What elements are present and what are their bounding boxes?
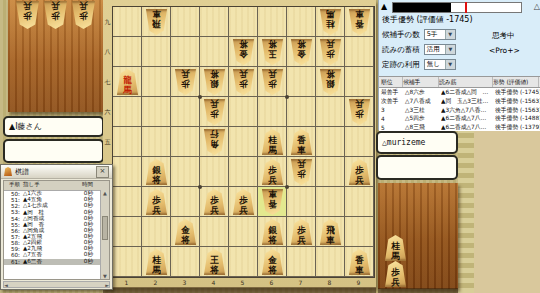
- board-square[interactable]: [316, 247, 345, 277]
- board-square[interactable]: [113, 97, 142, 127]
- board-square[interactable]: [113, 127, 142, 157]
- board-square[interactable]: [229, 97, 258, 127]
- candidate-cell: △7八香成: [405, 97, 441, 106]
- board-square[interactable]: [171, 127, 200, 157]
- candidate-cell: 後手優勢 (-1379): [495, 123, 540, 132]
- setting-value: 5手: [427, 30, 438, 39]
- board-frame: 香車金将王将桂馬飛車歩兵銀将金将香車歩兵歩兵歩兵歩兵歩兵歩兵銀将香車桂馬角行歩兵…: [103, 0, 376, 288]
- kifu-window-title: 棋譜: [15, 167, 96, 177]
- board-square[interactable]: [171, 157, 200, 187]
- board-square[interactable]: [258, 7, 287, 37]
- eval-text: 後手優勢 (評価値 -1745): [382, 14, 473, 25]
- setting-dropdown[interactable]: 無し▼: [424, 59, 456, 70]
- board-square[interactable]: [171, 97, 200, 127]
- candidate-cell: 5: [379, 125, 405, 131]
- candidate-move-row[interactable]: 3△3三桂▲3六角△7八香…後手優勢 (-1563): [379, 106, 540, 115]
- candidate-cell: 最善手: [379, 88, 405, 97]
- candidate-cell: 後手優勢 (-1745): [495, 88, 540, 97]
- board-square[interactable]: [200, 37, 229, 67]
- board-square[interactable]: [113, 37, 142, 67]
- rank-label: 七: [103, 78, 112, 87]
- shogi-piece-桂[interactable]: 桂馬: [384, 235, 407, 261]
- kifu-window-icon: [4, 167, 12, 176]
- board-square[interactable]: [345, 67, 374, 97]
- candidate-cell: ▲6二香成△同 …: [441, 88, 495, 97]
- kifu-cell: 54:: [4, 216, 21, 222]
- gote-name-plate: △murizeme: [376, 131, 458, 154]
- setting-value: 無し: [427, 60, 440, 69]
- dropdown-arrow-icon[interactable]: ▼: [445, 45, 455, 54]
- candidate-cell: 後手優勢 (-1563): [495, 97, 540, 106]
- shogi-piece-歩[interactable]: 歩兵: [43, 1, 68, 29]
- board-square[interactable]: [229, 247, 258, 277]
- sente-comment-box: [3, 139, 104, 163]
- board-square[interactable]: [345, 217, 374, 247]
- candidate-cell: △8六歩: [405, 88, 441, 97]
- board-square[interactable]: [142, 127, 171, 157]
- candidate-column-header: 順位: [379, 77, 403, 87]
- candidate-cell: 4: [379, 116, 405, 122]
- kifu-cell: 56:: [4, 228, 21, 234]
- board-square[interactable]: [200, 7, 229, 37]
- kifu-column-header: 手順: [4, 181, 21, 190]
- eval-bar-black-fill: [393, 3, 451, 12]
- gote-eval-marker: △: [534, 2, 540, 12]
- kifu-cell: 55:: [4, 222, 21, 228]
- board-square[interactable]: [287, 7, 316, 37]
- candidate-cell: 3: [379, 107, 405, 113]
- board-square[interactable]: [345, 127, 374, 157]
- board-grid: 香車金将王将桂馬飛車歩兵銀将金将香車歩兵歩兵歩兵歩兵歩兵歩兵銀将香車桂馬角行歩兵…: [112, 6, 375, 278]
- candidate-cell: △5四歩: [405, 114, 441, 123]
- gote-name: △murizeme: [382, 138, 425, 147]
- kifu-move-list: 手順指し手時間 50:△1六歩0秒51:▲4五角0秒52:△1七歩成0秒53:▲…: [3, 180, 110, 280]
- dropdown-arrow-icon[interactable]: ▼: [445, 60, 455, 69]
- board-square[interactable]: [316, 157, 345, 187]
- gote-comment-box: [376, 155, 458, 180]
- kifu-title-bar[interactable]: 棋譜 ×: [1, 165, 112, 179]
- board-square[interactable]: [345, 37, 374, 67]
- star-point: [198, 185, 202, 189]
- eval-bar-row: ▲ △: [380, 1, 540, 12]
- eval-bar: [392, 2, 522, 13]
- board-square[interactable]: [316, 97, 345, 127]
- kifu-column-header: 時間: [73, 181, 93, 190]
- kifu-cell: 51:: [4, 197, 21, 203]
- candidate-column-header: 読み筋: [439, 77, 493, 87]
- kifu-cell: 0秒: [73, 258, 93, 266]
- kifu-horizontal-scrollbar[interactable]: ◄►: [3, 281, 110, 288]
- board-square[interactable]: [287, 97, 316, 127]
- file-label: 9: [344, 279, 373, 286]
- shogi-piece-歩[interactable]: 歩兵: [384, 261, 407, 287]
- sente-captured-tray: 歩兵歩兵歩兵: [8, 0, 105, 112]
- board-square[interactable]: [287, 187, 316, 217]
- candidate-column-header: 形勢 (評価値): [493, 77, 539, 87]
- file-label: 7: [286, 279, 315, 286]
- board-square[interactable]: [200, 157, 229, 187]
- board-square[interactable]: [316, 127, 345, 157]
- engine-status: 思考中: [492, 31, 515, 41]
- gote-captured-tray: 桂馬歩兵: [378, 183, 458, 289]
- star-point: [198, 95, 202, 99]
- star-point: [285, 185, 289, 189]
- dropdown-arrow-icon[interactable]: ▼: [445, 30, 455, 39]
- rank-label: 五: [103, 138, 112, 147]
- file-label: 5: [228, 279, 257, 286]
- candidate-move-table: 順位候補手読み筋形勢 (評価値)最善手△8六歩▲6二香成△同 …後手優勢 (-1…: [379, 76, 540, 131]
- setting-label: 候補手の数: [382, 30, 420, 40]
- kifu-close-button[interactable]: ×: [96, 166, 109, 178]
- file-label: 3: [170, 279, 199, 286]
- shogi-piece-歩[interactable]: 歩兵: [15, 1, 40, 29]
- candidate-cell: 後手優勢 (-1563): [495, 106, 540, 115]
- setting-dropdown[interactable]: 5手▼: [424, 29, 456, 40]
- kifu-cell: ▲6三香: [21, 258, 73, 266]
- kifu-column-header: 指し手: [21, 181, 73, 190]
- board-square[interactable]: [287, 247, 316, 277]
- board-square[interactable]: [113, 7, 142, 37]
- kifu-vertical-scrollbar[interactable]: ▲ ▼: [100, 190, 109, 279]
- setting-label: 定跡の利用: [382, 60, 420, 70]
- board-square[interactable]: [113, 157, 142, 187]
- candidate-cell: 次善手: [379, 97, 405, 106]
- sente-name: ▲I藤さん: [9, 121, 42, 132]
- kifu-cell: 60:: [4, 252, 21, 258]
- kifu-move-row[interactable]: 61:▲6三香0秒: [4, 259, 109, 265]
- shogi-piece-歩[interactable]: 歩兵: [71, 1, 96, 29]
- board-square[interactable]: [171, 37, 200, 67]
- engine-level: <Pro+>: [489, 46, 520, 55]
- board-square[interactable]: [171, 7, 200, 37]
- candidate-move-row[interactable]: 次善手△7八香成▲同 玉△3三桂…後手優勢 (-1563): [379, 97, 540, 106]
- rank-label: 六: [103, 108, 112, 117]
- board-square[interactable]: [200, 217, 229, 247]
- star-point: [285, 95, 289, 99]
- analysis-panel: ▲ △ 後手優勢 (評価値 -1745) 候補手の数5手▼読みの蓄積活用▼定跡の…: [378, 0, 540, 130]
- candidate-cell: ▲同 玉△3三桂…: [441, 97, 495, 106]
- file-label: 1: [112, 279, 141, 286]
- board-square[interactable]: [113, 217, 142, 247]
- board-square[interactable]: [171, 247, 200, 277]
- board-square[interactable]: [345, 187, 374, 217]
- board-square[interactable]: [258, 97, 287, 127]
- setting-value: 活用: [427, 45, 440, 54]
- board-square[interactable]: [229, 217, 258, 247]
- eval-bar-red-marker: [465, 2, 467, 13]
- candidate-column-header: 候補手: [403, 77, 439, 87]
- tray-shadow: [378, 288, 458, 293]
- candidate-move-row[interactable]: 最善手△8六歩▲6二香成△同 …後手優勢 (-1745): [379, 88, 540, 97]
- kifu-cell: 58:: [4, 240, 21, 246]
- board-square[interactable]: [142, 97, 171, 127]
- board-square[interactable]: [113, 247, 142, 277]
- board-shadow: [103, 287, 376, 293]
- candidate-cell: ▲3六角△7八香…: [441, 106, 495, 115]
- file-label: 4: [199, 279, 228, 286]
- board-square[interactable]: [316, 187, 345, 217]
- board-square[interactable]: [142, 217, 171, 247]
- rank-label: 九: [103, 18, 112, 27]
- kifu-window: 棋譜 × 手順指し手時間 50:△1六歩0秒51:▲4五角0秒52:△1七歩成0…: [0, 164, 113, 290]
- kifu-cell: 50:: [4, 191, 21, 197]
- setting-label: 読みの蓄積: [382, 45, 420, 55]
- board-square[interactable]: [142, 67, 171, 97]
- candidate-cell: ▲6二香成△7八…: [441, 114, 495, 123]
- sente-name-plate: ▲I藤さん: [3, 116, 104, 137]
- board-square[interactable]: [287, 67, 316, 97]
- candidate-move-row[interactable]: 4△5四歩▲6二香成△7八…後手優勢 (-1488): [379, 114, 540, 123]
- file-label: 8: [315, 279, 344, 286]
- kifu-cell: 53:: [4, 209, 21, 215]
- kifu-cell: 52:: [4, 203, 21, 209]
- board-square[interactable]: [229, 157, 258, 187]
- board-square[interactable]: [113, 187, 142, 217]
- board-square[interactable]: [229, 7, 258, 37]
- kifu-cell: 57:: [4, 234, 21, 240]
- app-window: 歩兵歩兵歩兵 ▲I藤さん 香車金将王将桂馬飛車歩兵銀将金将香車歩兵歩兵歩兵歩兵歩…: [0, 0, 540, 293]
- kifu-cell: 61:: [4, 259, 21, 265]
- kifu-cell: 59:: [4, 246, 21, 252]
- file-label: 2: [141, 279, 170, 286]
- rank-label: 八: [103, 48, 112, 57]
- candidate-cell: △3三桂: [405, 106, 441, 115]
- sente-eval-marker: ▲: [381, 2, 387, 12]
- board-square[interactable]: [142, 37, 171, 67]
- board-square[interactable]: [229, 127, 258, 157]
- kifu-scrollbar-thumb[interactable]: [102, 216, 108, 240]
- file-label: 6: [257, 279, 286, 286]
- board-square[interactable]: [171, 187, 200, 217]
- setting-dropdown[interactable]: 活用▼: [424, 44, 456, 55]
- candidate-cell: 後手優勢 (-1488): [495, 114, 540, 123]
